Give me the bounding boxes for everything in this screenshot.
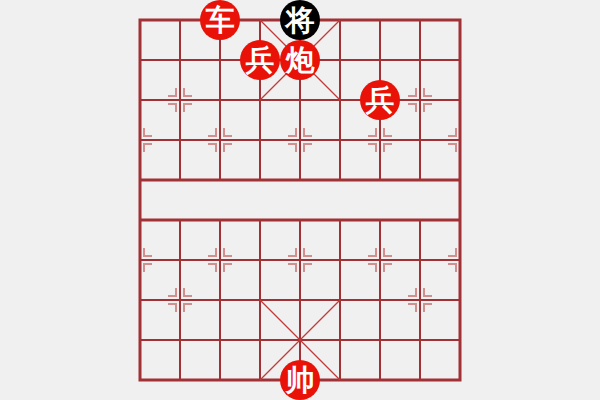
intersection-3-9[interactable] — [240, 360, 280, 400]
intersection-1-9[interactable] — [160, 360, 200, 400]
intersection-4-0[interactable]: 将 — [280, 0, 320, 40]
intersection-3-8[interactable] — [240, 320, 280, 360]
intersection-2-2[interactable] — [200, 80, 240, 120]
intersection-5-0[interactable] — [320, 0, 360, 40]
intersection-2-7[interactable] — [200, 280, 240, 320]
intersection-6-8[interactable] — [360, 320, 400, 360]
intersection-5-3[interactable] — [320, 120, 360, 160]
intersection-3-5[interactable] — [240, 200, 280, 240]
intersection-4-7[interactable] — [280, 280, 320, 320]
intersection-7-7[interactable] — [400, 280, 440, 320]
intersection-5-9[interactable] — [320, 360, 360, 400]
intersection-3-6[interactable] — [240, 240, 280, 280]
intersection-2-5[interactable] — [200, 200, 240, 240]
intersection-4-2[interactable] — [280, 80, 320, 120]
red-soldier-1[interactable]: 兵 — [240, 40, 280, 80]
intersection-8-8[interactable] — [440, 320, 480, 360]
intersection-2-8[interactable] — [200, 320, 240, 360]
intersection-4-5[interactable] — [280, 200, 320, 240]
intersection-7-9[interactable] — [400, 360, 440, 400]
intersection-8-6[interactable] — [440, 240, 480, 280]
intersection-0-0[interactable] — [120, 0, 160, 40]
intersection-3-7[interactable] — [240, 280, 280, 320]
intersection-1-7[interactable] — [160, 280, 200, 320]
intersection-2-6[interactable] — [200, 240, 240, 280]
intersection-5-2[interactable] — [320, 80, 360, 120]
intersection-8-9[interactable] — [440, 360, 480, 400]
intersection-3-2[interactable] — [240, 80, 280, 120]
intersection-6-6[interactable] — [360, 240, 400, 280]
intersection-6-3[interactable] — [360, 120, 400, 160]
intersection-1-4[interactable] — [160, 160, 200, 200]
intersection-6-1[interactable] — [360, 40, 400, 80]
intersection-2-4[interactable] — [200, 160, 240, 200]
intersection-5-6[interactable] — [320, 240, 360, 280]
intersection-0-4[interactable] — [120, 160, 160, 200]
intersection-1-1[interactable] — [160, 40, 200, 80]
intersection-8-0[interactable] — [440, 0, 480, 40]
red-chariot[interactable]: 车 — [200, 0, 240, 40]
intersection-3-0[interactable] — [240, 0, 280, 40]
intersection-3-3[interactable] — [240, 120, 280, 160]
intersection-7-3[interactable] — [400, 120, 440, 160]
intersection-3-1[interactable]: 兵 — [240, 40, 280, 80]
intersection-5-7[interactable] — [320, 280, 360, 320]
intersection-0-2[interactable] — [120, 80, 160, 120]
intersection-6-2[interactable]: 兵 — [360, 80, 400, 120]
intersection-4-4[interactable] — [280, 160, 320, 200]
intersection-5-8[interactable] — [320, 320, 360, 360]
intersection-8-5[interactable] — [440, 200, 480, 240]
intersection-1-3[interactable] — [160, 120, 200, 160]
red-general[interactable]: 帅 — [280, 360, 320, 400]
intersection-6-0[interactable] — [360, 0, 400, 40]
xiangqi-app: 车将兵炮兵帅 — [0, 0, 600, 400]
intersection-6-7[interactable] — [360, 280, 400, 320]
intersection-6-4[interactable] — [360, 160, 400, 200]
intersection-1-8[interactable] — [160, 320, 200, 360]
red-cannon[interactable]: 炮 — [280, 40, 320, 80]
intersection-2-1[interactable] — [200, 40, 240, 80]
intersection-2-0[interactable]: 车 — [200, 0, 240, 40]
intersection-4-8[interactable] — [280, 320, 320, 360]
intersection-1-5[interactable] — [160, 200, 200, 240]
intersection-0-7[interactable] — [120, 280, 160, 320]
intersection-4-6[interactable] — [280, 240, 320, 280]
intersection-8-3[interactable] — [440, 120, 480, 160]
intersection-2-3[interactable] — [200, 120, 240, 160]
intersection-7-2[interactable] — [400, 80, 440, 120]
intersection-8-1[interactable] — [440, 40, 480, 80]
intersection-5-5[interactable] — [320, 200, 360, 240]
intersection-1-6[interactable] — [160, 240, 200, 280]
intersection-0-8[interactable] — [120, 320, 160, 360]
intersection-7-4[interactable] — [400, 160, 440, 200]
intersection-0-3[interactable] — [120, 120, 160, 160]
intersection-8-2[interactable] — [440, 80, 480, 120]
intersection-0-9[interactable] — [120, 360, 160, 400]
intersection-7-6[interactable] — [400, 240, 440, 280]
intersection-7-1[interactable] — [400, 40, 440, 80]
intersection-5-1[interactable] — [320, 40, 360, 80]
xiangqi-board: 车将兵炮兵帅 — [120, 0, 480, 400]
intersection-7-8[interactable] — [400, 320, 440, 360]
intersection-3-4[interactable] — [240, 160, 280, 200]
intersection-0-6[interactable] — [120, 240, 160, 280]
intersection-4-9[interactable]: 帅 — [280, 360, 320, 400]
intersection-6-5[interactable] — [360, 200, 400, 240]
intersection-0-5[interactable] — [120, 200, 160, 240]
intersection-6-9[interactable] — [360, 360, 400, 400]
intersection-1-2[interactable] — [160, 80, 200, 120]
intersection-7-5[interactable] — [400, 200, 440, 240]
intersection-4-3[interactable] — [280, 120, 320, 160]
red-soldier-2[interactable]: 兵 — [360, 80, 400, 120]
intersection-7-0[interactable] — [400, 0, 440, 40]
intersection-2-9[interactable] — [200, 360, 240, 400]
intersection-5-4[interactable] — [320, 160, 360, 200]
intersection-1-0[interactable] — [160, 0, 200, 40]
intersection-0-1[interactable] — [120, 40, 160, 80]
intersection-8-4[interactable] — [440, 160, 480, 200]
intersection-8-7[interactable] — [440, 280, 480, 320]
black-general[interactable]: 将 — [280, 0, 320, 40]
intersection-4-1[interactable]: 炮 — [280, 40, 320, 80]
board-grid: 车将兵炮兵帅 — [120, 0, 480, 400]
